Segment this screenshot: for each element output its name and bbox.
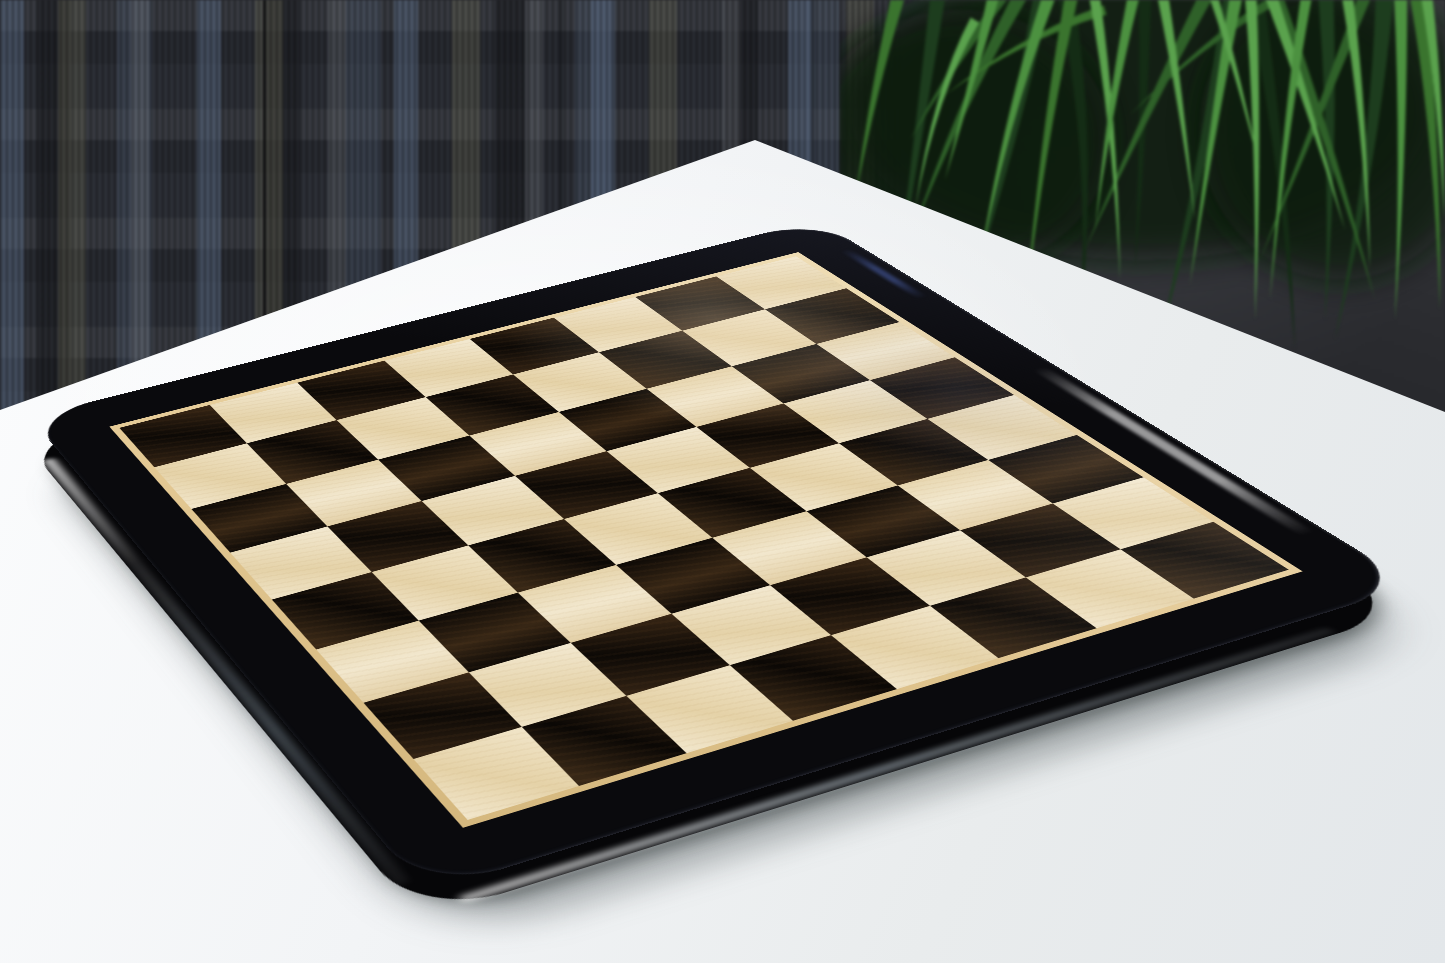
product-photo-scene: [0, 0, 1445, 963]
